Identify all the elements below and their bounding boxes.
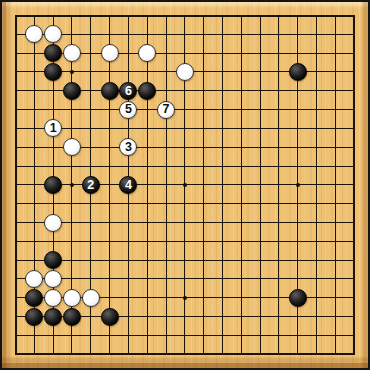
black-stone[interactable] xyxy=(63,82,81,100)
white-stone-move-5[interactable]: 5 xyxy=(119,101,137,119)
black-stone[interactable] xyxy=(44,251,62,269)
black-stone[interactable] xyxy=(44,63,62,81)
star-point xyxy=(70,183,75,188)
black-stone[interactable] xyxy=(63,308,81,326)
black-stone[interactable] xyxy=(101,308,119,326)
grid-line-horizontal xyxy=(15,203,356,204)
black-stone[interactable] xyxy=(44,44,62,62)
grid-line-horizontal xyxy=(15,353,356,355)
grid-line-vertical xyxy=(241,15,242,356)
white-stone[interactable] xyxy=(25,270,43,288)
white-stone[interactable] xyxy=(44,25,62,43)
black-stone[interactable] xyxy=(138,82,156,100)
white-stone[interactable] xyxy=(63,289,81,307)
black-stone[interactable] xyxy=(25,289,43,307)
grid-line-vertical xyxy=(353,15,355,356)
black-stone-move-4[interactable]: 4 xyxy=(119,176,137,194)
grid-line-vertical xyxy=(260,15,261,356)
grid-line-vertical xyxy=(222,15,223,356)
white-stone[interactable] xyxy=(63,44,81,62)
white-stone[interactable] xyxy=(44,289,62,307)
black-stone[interactable] xyxy=(44,308,62,326)
black-stone-move-6[interactable]: 6 xyxy=(119,82,137,100)
go-diagram-screen: 6571324 xyxy=(0,0,370,370)
grid-line-horizontal xyxy=(15,335,356,336)
white-stone[interactable] xyxy=(138,44,156,62)
white-stone[interactable] xyxy=(101,44,119,62)
grid-line-vertical xyxy=(316,15,317,356)
go-board[interactable]: 6571324 xyxy=(0,0,370,370)
black-stone[interactable] xyxy=(289,63,307,81)
white-stone[interactable] xyxy=(176,63,194,81)
black-stone[interactable] xyxy=(44,176,62,194)
white-stone-move-7[interactable]: 7 xyxy=(157,101,175,119)
grid-line-horizontal xyxy=(15,278,356,279)
white-stone[interactable] xyxy=(63,138,81,156)
black-stone[interactable] xyxy=(101,82,119,100)
grid-line-vertical xyxy=(278,15,279,356)
grid-line-horizontal xyxy=(15,260,356,261)
black-stone-move-2[interactable]: 2 xyxy=(82,176,100,194)
star-point xyxy=(183,296,188,301)
white-stone[interactable] xyxy=(44,270,62,288)
black-stone[interactable] xyxy=(289,289,307,307)
white-stone[interactable] xyxy=(25,25,43,43)
star-point xyxy=(296,183,301,188)
black-stone[interactable] xyxy=(25,308,43,326)
white-stone[interactable] xyxy=(82,289,100,307)
grid-line-vertical xyxy=(335,15,336,356)
white-stone[interactable] xyxy=(44,214,62,232)
white-stone-move-3[interactable]: 3 xyxy=(119,138,137,156)
star-point xyxy=(183,183,188,188)
grid-line-horizontal xyxy=(15,241,356,242)
star-point xyxy=(70,70,75,75)
white-stone-move-1[interactable]: 1 xyxy=(44,119,62,137)
grid-line-horizontal xyxy=(15,222,356,223)
grid-line-vertical xyxy=(203,15,204,356)
